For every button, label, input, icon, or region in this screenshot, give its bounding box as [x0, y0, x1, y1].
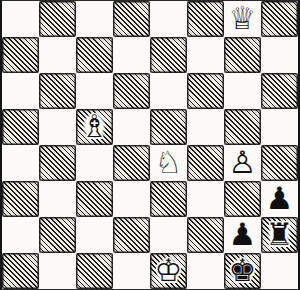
white-queen: ♕ [229, 3, 257, 34]
square-a6 [2, 73, 39, 109]
square-c8 [76, 1, 113, 37]
square-f2 [187, 217, 224, 253]
chess-board: ♕♗♘♙♟♟♜♔♚ [0, 0, 300, 290]
square-f7 [187, 37, 224, 73]
square-b8 [39, 1, 76, 37]
white-knight: ♘ [155, 147, 183, 178]
square-b5 [39, 109, 76, 145]
square-h3: ♟ [261, 181, 298, 217]
square-f8 [187, 1, 224, 37]
square-g3 [224, 181, 261, 217]
black-king: ♚ [229, 255, 257, 286]
square-b4 [39, 145, 76, 181]
square-g2: ♟ [224, 217, 261, 253]
square-e4: ♘ [150, 145, 187, 181]
square-f1 [187, 253, 224, 289]
square-b6 [39, 73, 76, 109]
square-f3 [187, 181, 224, 217]
newspaper-chess-diagram: ♕♗♘♙♟♟♜♔♚ [0, 0, 300, 290]
square-d3 [113, 181, 150, 217]
square-a7 [2, 37, 39, 73]
white-pawn: ♙ [229, 147, 257, 178]
black-pawn: ♟ [229, 219, 257, 250]
square-h1 [261, 253, 298, 289]
square-e7 [150, 37, 187, 73]
square-e6 [150, 73, 187, 109]
square-d1 [113, 253, 150, 289]
square-g7 [224, 37, 261, 73]
square-d4 [113, 145, 150, 181]
square-g1: ♚ [224, 253, 261, 289]
black-rook: ♜ [266, 219, 294, 250]
square-a5 [2, 109, 39, 145]
square-c2 [76, 217, 113, 253]
square-f5 [187, 109, 224, 145]
square-c7 [76, 37, 113, 73]
square-c4 [76, 145, 113, 181]
square-g8: ♕ [224, 1, 261, 37]
square-b3 [39, 181, 76, 217]
square-d6 [113, 73, 150, 109]
square-d2 [113, 217, 150, 253]
white-king: ♔ [155, 255, 183, 286]
square-e8 [150, 1, 187, 37]
square-a3 [2, 181, 39, 217]
square-h6 [261, 73, 298, 109]
square-b7 [39, 37, 76, 73]
square-a1 [2, 253, 39, 289]
square-c5: ♗ [76, 109, 113, 145]
square-b1 [39, 253, 76, 289]
square-c6 [76, 73, 113, 109]
square-h8 [261, 1, 298, 37]
square-h7 [261, 37, 298, 73]
square-a2 [2, 217, 39, 253]
square-h5 [261, 109, 298, 145]
square-d5 [113, 109, 150, 145]
black-pawn: ♟ [266, 183, 294, 214]
square-c1 [76, 253, 113, 289]
square-d8 [113, 1, 150, 37]
square-d7 [113, 37, 150, 73]
square-e3 [150, 181, 187, 217]
white-bishop: ♗ [81, 111, 109, 142]
square-e5 [150, 109, 187, 145]
square-f6 [187, 73, 224, 109]
square-g4: ♙ [224, 145, 261, 181]
square-c3 [76, 181, 113, 217]
square-h2: ♜ [261, 217, 298, 253]
square-e2 [150, 217, 187, 253]
square-b2 [39, 217, 76, 253]
square-g5 [224, 109, 261, 145]
square-g6 [224, 73, 261, 109]
square-f4 [187, 145, 224, 181]
square-a4 [2, 145, 39, 181]
square-a8 [2, 1, 39, 37]
square-e1: ♔ [150, 253, 187, 289]
square-h4 [261, 145, 298, 181]
